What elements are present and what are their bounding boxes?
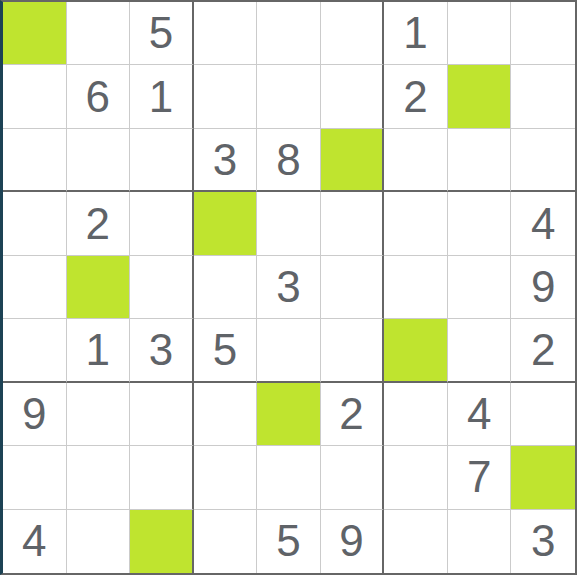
sudoku-cell[interactable] — [67, 510, 131, 573]
sudoku-cell[interactable]: 5 — [194, 319, 258, 382]
sudoku-cell[interactable] — [321, 129, 385, 192]
sudoku-cell[interactable] — [130, 510, 194, 573]
sudoku-cell[interactable] — [384, 192, 448, 255]
sudoku-cell[interactable] — [257, 383, 321, 446]
sudoku-cell[interactable]: 4 — [448, 383, 512, 446]
sudoku-cell[interactable] — [511, 65, 575, 128]
sudoku-cell[interactable] — [130, 256, 194, 319]
sudoku-cell[interactable]: 6 — [67, 65, 131, 128]
sudoku-cell[interactable] — [3, 129, 67, 192]
sudoku-cell[interactable] — [448, 65, 512, 128]
sudoku-cell[interactable] — [67, 129, 131, 192]
sudoku-cell[interactable] — [511, 446, 575, 509]
sudoku-cell[interactable] — [257, 192, 321, 255]
sudoku-cell[interactable] — [384, 446, 448, 509]
sudoku-cell[interactable] — [448, 256, 512, 319]
sudoku-cell[interactable]: 1 — [67, 319, 131, 382]
sudoku-cell[interactable] — [67, 256, 131, 319]
sudoku-cell[interactable] — [321, 2, 385, 65]
sudoku-cell[interactable] — [194, 2, 258, 65]
sudoku-cell[interactable] — [67, 383, 131, 446]
sudoku-cell[interactable] — [321, 256, 385, 319]
sudoku-cell[interactable] — [384, 510, 448, 573]
sudoku-cell[interactable] — [194, 192, 258, 255]
sudoku-board: 51612382439135292474593 — [0, 0, 577, 575]
sudoku-cell[interactable] — [257, 65, 321, 128]
sudoku-cell[interactable]: 2 — [67, 192, 131, 255]
sudoku-cell[interactable] — [130, 383, 194, 446]
sudoku-cell[interactable] — [511, 383, 575, 446]
sudoku-cell[interactable] — [194, 510, 258, 573]
sudoku-cell[interactable] — [384, 319, 448, 382]
sudoku-cell[interactable] — [384, 129, 448, 192]
sudoku-cell[interactable]: 3 — [257, 256, 321, 319]
sudoku-cell[interactable] — [3, 319, 67, 382]
sudoku-cell[interactable] — [194, 256, 258, 319]
sudoku-cell[interactable] — [321, 446, 385, 509]
sudoku-cell[interactable] — [67, 446, 131, 509]
sudoku-cell[interactable] — [448, 319, 512, 382]
sudoku-cell[interactable] — [448, 2, 512, 65]
sudoku-cell[interactable]: 9 — [511, 256, 575, 319]
sudoku-cell[interactable] — [3, 65, 67, 128]
sudoku-cell[interactable] — [257, 2, 321, 65]
sudoku-page: 51612382439135292474593 — [0, 0, 577, 575]
sudoku-cell[interactable] — [321, 65, 385, 128]
sudoku-cell[interactable]: 1 — [130, 65, 194, 128]
sudoku-cell[interactable] — [321, 319, 385, 382]
sudoku-cell[interactable] — [3, 256, 67, 319]
sudoku-cell[interactable] — [448, 129, 512, 192]
sudoku-cell[interactable]: 4 — [3, 510, 67, 573]
sudoku-cell[interactable]: 2 — [384, 65, 448, 128]
sudoku-cell[interactable] — [194, 65, 258, 128]
sudoku-cell[interactable] — [130, 446, 194, 509]
sudoku-cell[interactable]: 2 — [321, 383, 385, 446]
sudoku-cell[interactable] — [448, 510, 512, 573]
sudoku-cell[interactable]: 9 — [321, 510, 385, 573]
sudoku-cell[interactable] — [130, 192, 194, 255]
sudoku-cell[interactable] — [3, 446, 67, 509]
sudoku-cell[interactable] — [511, 2, 575, 65]
sudoku-cell[interactable] — [448, 192, 512, 255]
sudoku-cell[interactable]: 1 — [384, 2, 448, 65]
sudoku-cell[interactable] — [384, 256, 448, 319]
sudoku-cell[interactable]: 3 — [194, 129, 258, 192]
sudoku-cell[interactable]: 9 — [3, 383, 67, 446]
sudoku-cell[interactable]: 5 — [257, 510, 321, 573]
sudoku-cell[interactable]: 5 — [130, 2, 194, 65]
sudoku-cell[interactable]: 8 — [257, 129, 321, 192]
sudoku-cell[interactable] — [384, 383, 448, 446]
sudoku-cell[interactable] — [3, 2, 67, 65]
sudoku-cell[interactable] — [194, 383, 258, 446]
sudoku-cell[interactable]: 4 — [511, 192, 575, 255]
sudoku-cell[interactable] — [130, 129, 194, 192]
sudoku-cell[interactable] — [511, 129, 575, 192]
sudoku-cell[interactable] — [321, 192, 385, 255]
sudoku-cell[interactable] — [67, 2, 131, 65]
sudoku-cell[interactable] — [3, 192, 67, 255]
sudoku-cell[interactable]: 3 — [130, 319, 194, 382]
sudoku-cell[interactable]: 3 — [511, 510, 575, 573]
sudoku-cell[interactable] — [257, 319, 321, 382]
sudoku-cell[interactable] — [257, 446, 321, 509]
sudoku-cell[interactable]: 2 — [511, 319, 575, 382]
sudoku-cell[interactable]: 7 — [448, 446, 512, 509]
sudoku-cell[interactable] — [194, 446, 258, 509]
